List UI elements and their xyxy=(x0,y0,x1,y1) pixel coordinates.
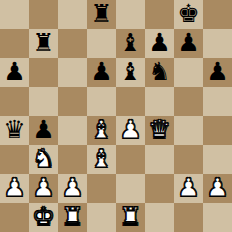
square-b8[interactable] xyxy=(29,0,58,29)
square-f5[interactable] xyxy=(145,87,174,116)
piece-black-pawn[interactable]: ♟ xyxy=(32,115,54,144)
square-c2[interactable]: ♟ xyxy=(58,174,87,203)
square-b6[interactable] xyxy=(29,58,58,87)
chess-board: ♜♚♜♝♟♟♟♟♝♞♟♛♟♝♟♛♞♝♟♟♟♟♟♚♜♜ xyxy=(0,0,232,232)
piece-black-bishop[interactable]: ♝ xyxy=(119,57,141,86)
piece-black-bishop[interactable]: ♝ xyxy=(119,28,141,57)
square-c1[interactable]: ♜ xyxy=(58,203,87,232)
square-c8[interactable] xyxy=(58,0,87,29)
square-f6[interactable]: ♞ xyxy=(145,58,174,87)
square-d5[interactable] xyxy=(87,87,116,116)
piece-white-pawn[interactable]: ♟ xyxy=(119,115,141,144)
square-a4[interactable]: ♛ xyxy=(0,116,29,145)
piece-white-bishop[interactable]: ♝ xyxy=(90,115,112,144)
square-d4[interactable]: ♝ xyxy=(87,116,116,145)
square-f2[interactable] xyxy=(145,174,174,203)
piece-white-bishop[interactable]: ♝ xyxy=(90,144,112,173)
piece-white-pawn[interactable]: ♟ xyxy=(177,173,199,202)
square-e1[interactable]: ♜ xyxy=(116,203,145,232)
square-d8[interactable]: ♜ xyxy=(87,0,116,29)
square-g7[interactable]: ♟ xyxy=(174,29,203,58)
square-h3[interactable] xyxy=(203,145,232,174)
square-g2[interactable]: ♟ xyxy=(174,174,203,203)
piece-black-knight[interactable]: ♞ xyxy=(148,57,170,86)
square-c5[interactable] xyxy=(58,87,87,116)
piece-white-rook[interactable]: ♜ xyxy=(61,202,83,231)
square-h4[interactable] xyxy=(203,116,232,145)
square-g1[interactable] xyxy=(174,203,203,232)
piece-black-rook[interactable]: ♜ xyxy=(32,28,54,57)
square-f1[interactable] xyxy=(145,203,174,232)
piece-white-pawn[interactable]: ♟ xyxy=(61,173,83,202)
square-h8[interactable] xyxy=(203,0,232,29)
piece-black-rook[interactable]: ♜ xyxy=(90,0,112,28)
piece-white-queen[interactable]: ♛ xyxy=(148,115,170,144)
square-d7[interactable] xyxy=(87,29,116,58)
square-c7[interactable] xyxy=(58,29,87,58)
square-d1[interactable] xyxy=(87,203,116,232)
piece-white-knight[interactable]: ♞ xyxy=(32,144,54,173)
square-a2[interactable]: ♟ xyxy=(0,174,29,203)
square-c3[interactable] xyxy=(58,145,87,174)
square-f4[interactable]: ♛ xyxy=(145,116,174,145)
piece-black-king[interactable]: ♚ xyxy=(177,0,199,28)
square-g4[interactable] xyxy=(174,116,203,145)
square-g3[interactable] xyxy=(174,145,203,174)
square-h6[interactable]: ♟ xyxy=(203,58,232,87)
square-a7[interactable] xyxy=(0,29,29,58)
piece-black-pawn[interactable]: ♟ xyxy=(206,57,228,86)
square-a5[interactable] xyxy=(0,87,29,116)
square-b5[interactable] xyxy=(29,87,58,116)
piece-white-rook[interactable]: ♜ xyxy=(119,202,141,231)
square-e7[interactable]: ♝ xyxy=(116,29,145,58)
piece-white-king[interactable]: ♚ xyxy=(32,202,54,231)
square-h1[interactable] xyxy=(203,203,232,232)
square-e5[interactable] xyxy=(116,87,145,116)
square-e8[interactable] xyxy=(116,0,145,29)
square-d2[interactable] xyxy=(87,174,116,203)
square-e3[interactable] xyxy=(116,145,145,174)
square-h7[interactable] xyxy=(203,29,232,58)
piece-white-pawn[interactable]: ♟ xyxy=(32,173,54,202)
square-b7[interactable]: ♜ xyxy=(29,29,58,58)
square-b2[interactable]: ♟ xyxy=(29,174,58,203)
piece-black-pawn[interactable]: ♟ xyxy=(3,57,25,86)
square-c6[interactable] xyxy=(58,58,87,87)
piece-black-pawn[interactable]: ♟ xyxy=(90,57,112,86)
square-g6[interactable] xyxy=(174,58,203,87)
square-h5[interactable] xyxy=(203,87,232,116)
square-b1[interactable]: ♚ xyxy=(29,203,58,232)
square-a8[interactable] xyxy=(0,0,29,29)
square-b4[interactable]: ♟ xyxy=(29,116,58,145)
square-f8[interactable] xyxy=(145,0,174,29)
piece-white-pawn[interactable]: ♟ xyxy=(206,173,228,202)
piece-black-pawn[interactable]: ♟ xyxy=(148,28,170,57)
square-d6[interactable]: ♟ xyxy=(87,58,116,87)
square-a1[interactable] xyxy=(0,203,29,232)
piece-white-pawn[interactable]: ♟ xyxy=(3,173,25,202)
square-g8[interactable]: ♚ xyxy=(174,0,203,29)
square-e2[interactable] xyxy=(116,174,145,203)
square-h2[interactable]: ♟ xyxy=(203,174,232,203)
square-a3[interactable] xyxy=(0,145,29,174)
square-g5[interactable] xyxy=(174,87,203,116)
square-e4[interactable]: ♟ xyxy=(116,116,145,145)
square-f3[interactable] xyxy=(145,145,174,174)
piece-black-pawn[interactable]: ♟ xyxy=(177,28,199,57)
square-b3[interactable]: ♞ xyxy=(29,145,58,174)
square-a6[interactable]: ♟ xyxy=(0,58,29,87)
square-c4[interactable] xyxy=(58,116,87,145)
square-f7[interactable]: ♟ xyxy=(145,29,174,58)
square-d3[interactable]: ♝ xyxy=(87,145,116,174)
square-e6[interactable]: ♝ xyxy=(116,58,145,87)
piece-black-queen[interactable]: ♛ xyxy=(3,115,25,144)
